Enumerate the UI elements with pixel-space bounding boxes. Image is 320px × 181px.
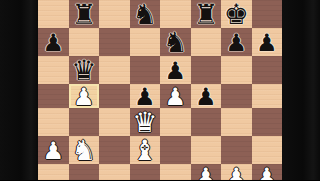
square-f3 [191,136,222,164]
square-h3 [252,136,283,164]
square-a8 [38,0,69,28]
square-a5 [38,84,69,108]
square-f5: ♟ [191,84,222,108]
black-pawn: ♟ [225,31,247,55]
square-b8: ♜ [69,0,100,28]
square-d5: ♟ [130,84,161,108]
square-h7: ♟ [252,28,283,56]
black-rook: ♜ [193,1,218,29]
black-king: ♚ [224,1,249,29]
black-pawn: ♟ [195,85,217,109]
letterbox-right-bar [282,0,320,180]
square-g8: ♚ [221,0,252,28]
square-f4 [191,108,222,136]
square-a3: ♟ [38,136,69,164]
square-f7 [191,28,222,56]
square-b3: ♞ [69,136,100,164]
square-d6 [130,56,161,84]
square-h5 [252,84,283,108]
black-pawn: ♟ [42,31,64,55]
square-d3: ♝ [130,136,161,164]
square-g6 [221,56,252,84]
square-g5 [221,84,252,108]
white-pawn: ♟ [73,85,95,109]
square-e5: ♟ [160,84,191,108]
square-d8: ♞ [130,0,161,28]
video-frame[interactable]: ♜♞♜♚♟♞♟♟♛♟♟♟♟♟♛♟♞♝♟♟♟♜♜♚ [0,0,320,180]
square-h8 [252,0,283,28]
square-d4: ♛ [130,108,161,136]
white-pawn: ♟ [42,139,64,163]
white-pawn: ♟ [256,165,278,181]
square-e3 [160,136,191,164]
letterbox-left-bar [0,0,38,180]
square-a4 [38,108,69,136]
black-pawn: ♟ [164,59,186,83]
square-h2: ♟ [252,164,283,180]
square-b7 [69,28,100,56]
square-c6 [99,56,130,84]
square-c2 [99,164,130,180]
square-e4 [160,108,191,136]
square-e2 [160,164,191,180]
black-knight: ♞ [132,1,157,29]
square-g7: ♟ [221,28,252,56]
square-h4 [252,108,283,136]
square-g2: ♟ [221,164,252,180]
square-b5: ♟ [69,84,100,108]
white-knight: ♞ [71,137,96,165]
white-pawn: ♟ [195,165,217,181]
square-c3 [99,136,130,164]
square-b6: ♛ [69,56,100,84]
square-d7 [130,28,161,56]
white-pawn: ♟ [164,85,186,109]
white-pawn: ♟ [225,165,247,181]
black-knight: ♞ [163,29,188,57]
square-e6: ♟ [160,56,191,84]
square-c4 [99,108,130,136]
square-c7 [99,28,130,56]
square-f2: ♟ [191,164,222,180]
square-g3 [221,136,252,164]
black-rook: ♜ [71,1,96,29]
square-c5 [99,84,130,108]
square-e8 [160,0,191,28]
square-a2 [38,164,69,180]
chess-board: ♜♞♜♚♟♞♟♟♛♟♟♟♟♟♛♟♞♝♟♟♟♜♜♚ [38,0,282,180]
square-h6 [252,56,283,84]
square-c8 [99,0,130,28]
square-a6 [38,56,69,84]
white-queen: ♛ [132,109,157,137]
white-bishop: ♝ [132,137,157,165]
black-pawn: ♟ [256,31,278,55]
square-b4 [69,108,100,136]
square-f6 [191,56,222,84]
square-e7: ♞ [160,28,191,56]
square-a7: ♟ [38,28,69,56]
black-queen: ♛ [71,57,96,85]
square-f8: ♜ [191,0,222,28]
square-g4 [221,108,252,136]
